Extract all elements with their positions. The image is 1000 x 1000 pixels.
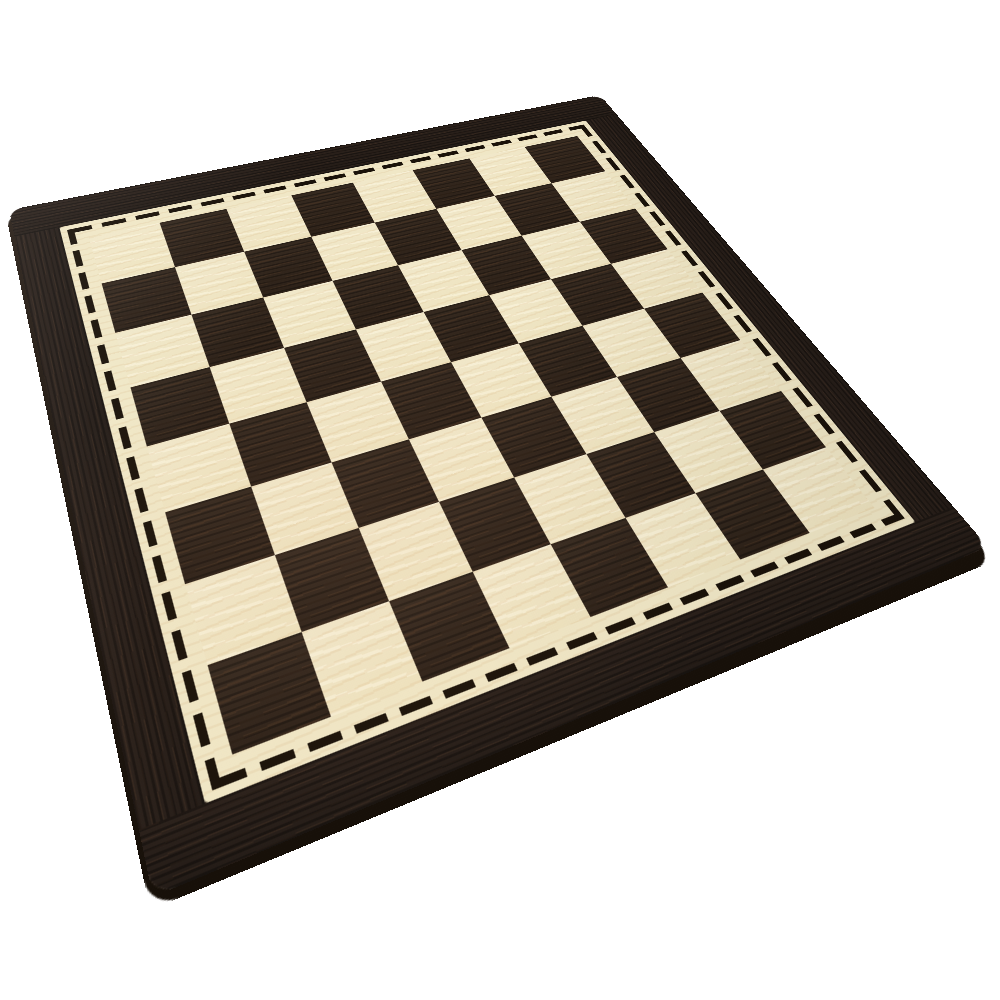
chessboard <box>9 95 988 897</box>
chessboard-product-photo <box>0 0 1000 1000</box>
